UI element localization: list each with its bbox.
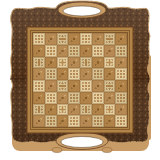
square-f7[interactable] [92,45,104,57]
square-d6[interactable] [68,57,80,69]
square-a1[interactable] [33,115,45,127]
square-b6[interactable] [45,57,57,69]
square-a5[interactable] [33,68,45,80]
foot-left [52,148,62,153]
top-handle-cutout [63,6,101,16]
square-e2[interactable] [80,104,92,116]
square-b2[interactable] [45,104,57,116]
bottom-handle-cutout [61,137,103,148]
square-b7[interactable] [45,45,57,57]
square-e4[interactable] [80,80,92,92]
square-e5[interactable] [80,68,92,80]
square-f2[interactable] [92,104,104,116]
square-a7[interactable] [33,45,45,57]
square-c1[interactable] [57,115,69,127]
square-c2[interactable] [57,104,69,116]
square-d4[interactable] [68,80,80,92]
chess-board [33,33,127,127]
square-a8[interactable] [33,33,45,45]
square-f5[interactable] [92,68,104,80]
square-d1[interactable] [68,115,80,127]
square-e1[interactable] [80,115,92,127]
square-a3[interactable] [33,92,45,104]
square-g7[interactable] [104,45,116,57]
square-g6[interactable] [104,57,116,69]
product-photo [0,0,160,160]
square-c3[interactable] [57,92,69,104]
square-e7[interactable] [80,45,92,57]
square-c6[interactable] [57,57,69,69]
square-d3[interactable] [68,92,80,104]
square-d7[interactable] [68,45,80,57]
square-h7[interactable] [115,45,127,57]
square-g3[interactable] [104,92,116,104]
square-a2[interactable] [33,104,45,116]
square-b5[interactable] [45,68,57,80]
square-h5[interactable] [115,68,127,80]
square-h1[interactable] [115,115,127,127]
square-h3[interactable] [115,92,127,104]
square-e6[interactable] [80,57,92,69]
square-f3[interactable] [92,92,104,104]
square-g1[interactable] [104,115,116,127]
square-b3[interactable] [45,92,57,104]
square-h2[interactable] [115,104,127,116]
square-b4[interactable] [45,80,57,92]
square-h4[interactable] [115,80,127,92]
square-f4[interactable] [92,80,104,92]
square-f6[interactable] [92,57,104,69]
square-c7[interactable] [57,45,69,57]
square-g5[interactable] [104,68,116,80]
square-c5[interactable] [57,68,69,80]
square-e8[interactable] [80,33,92,45]
square-c8[interactable] [57,33,69,45]
square-h6[interactable] [115,57,127,69]
square-f1[interactable] [92,115,104,127]
square-g2[interactable] [104,104,116,116]
square-d2[interactable] [68,104,80,116]
square-b8[interactable] [45,33,57,45]
square-b1[interactable] [45,115,57,127]
square-h8[interactable] [115,33,127,45]
foot-right [102,148,112,153]
square-g8[interactable] [104,33,116,45]
square-c4[interactable] [57,80,69,92]
square-g4[interactable] [104,80,116,92]
square-e3[interactable] [80,92,92,104]
square-d8[interactable] [68,33,80,45]
square-d5[interactable] [68,68,80,80]
square-f8[interactable] [92,33,104,45]
square-a6[interactable] [33,57,45,69]
square-a4[interactable] [33,80,45,92]
